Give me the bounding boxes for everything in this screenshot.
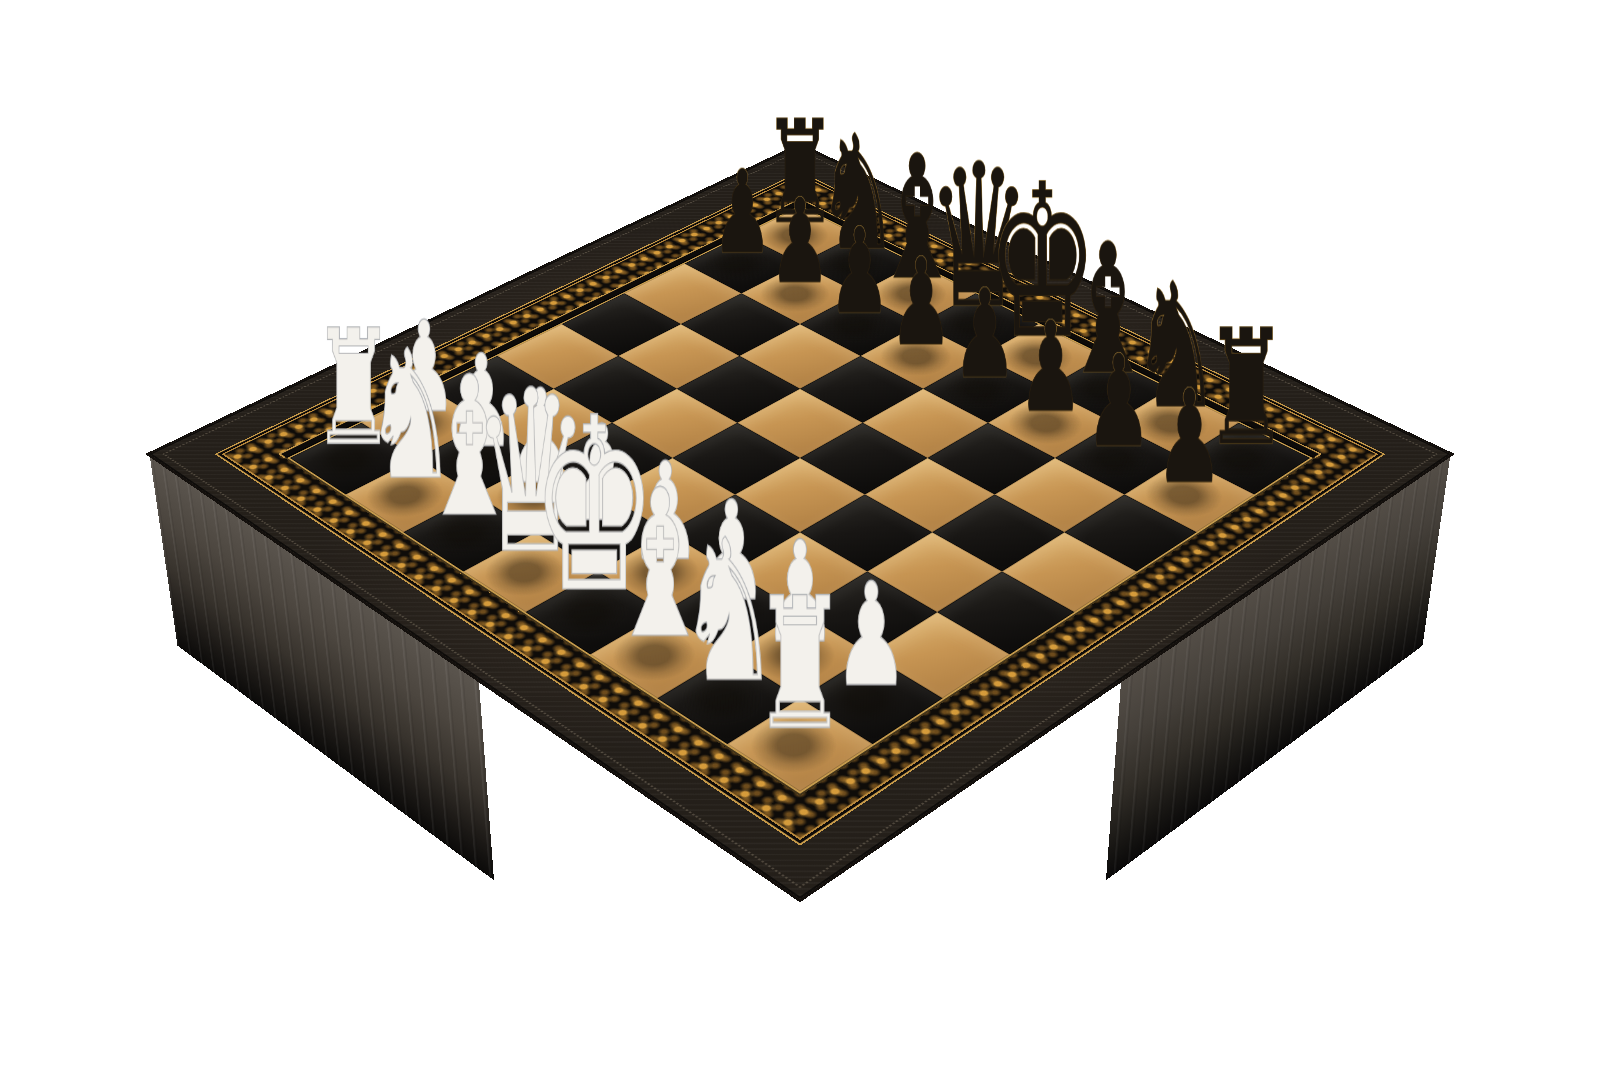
piece-white-rook-h1: ♜ (752, 573, 847, 755)
piece-black-pawn-a7: ♟ (712, 155, 772, 270)
piece-black-pawn-g7: ♟ (1085, 338, 1152, 465)
piece-black-pawn-f7: ♟ (1018, 305, 1084, 430)
piece-black-pawn-h7: ♟ (1155, 372, 1223, 502)
board-top-face: ♜♞♝♛♚♝♞♜♟♟♟♟♟♟♟♟♟♟♟♟♟♟♟♟♜♞♝♛♚♝♞♜ (149, 144, 1450, 898)
chess-box: ♜♞♝♛♚♝♞♜♟♟♟♟♟♟♟♟♟♟♟♟♟♟♟♟♜♞♝♛♚♝♞♜ (149, 144, 1450, 898)
product-photo-scene: ♜♞♝♛♚♝♞♜♟♟♟♟♟♟♟♟♟♟♟♟♟♟♟♟♜♞♝♛♚♝♞♜ (0, 0, 1600, 1067)
piece-black-pawn-c7: ♟ (828, 212, 890, 331)
leather-rim: ♜♞♝♛♚♝♞♜♟♟♟♟♟♟♟♟♟♟♟♟♟♟♟♟♜♞♝♛♚♝♞♜ (149, 144, 1450, 898)
square-f6 (928, 422, 1056, 494)
piece-black-pawn-d7: ♟ (889, 242, 952, 363)
piece-black-pawn-e7: ♟ (953, 273, 1018, 396)
piece-black-pawn-b7: ♟ (769, 183, 830, 300)
